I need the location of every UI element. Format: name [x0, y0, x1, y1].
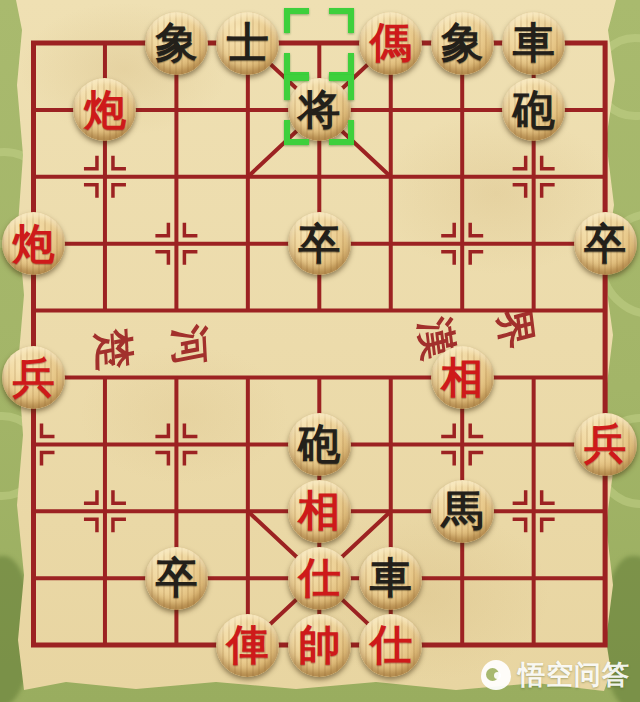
piece-red-soldier[interactable]: 兵: [574, 413, 637, 476]
river-label-chu-he: 楚河: [93, 317, 212, 378]
river-character: 楚: [86, 324, 143, 375]
piece-glyph: 仕: [370, 624, 412, 666]
watermark: 悟空问答: [481, 657, 630, 693]
piece-glyph: 卒: [298, 223, 340, 265]
piece-glyph: 砲: [298, 423, 340, 465]
piece-black-horse[interactable]: 馬: [431, 480, 494, 543]
river-character: 河: [162, 320, 219, 371]
piece-glyph: 将: [298, 89, 340, 131]
piece-black-chariot[interactable]: 車: [359, 547, 422, 610]
piece-red-horse[interactable]: 傌: [359, 12, 422, 75]
piece-glyph: 帥: [298, 624, 340, 666]
piece-black-chariot[interactable]: 車: [502, 12, 565, 75]
piece-glyph: 卒: [584, 223, 626, 265]
piece-black-elephant[interactable]: 象: [145, 12, 208, 75]
piece-red-elephant[interactable]: 相: [431, 346, 494, 409]
piece-glyph: 象: [155, 22, 197, 64]
piece-glyph: 相: [441, 357, 483, 399]
piece-red-soldier[interactable]: 兵: [2, 346, 65, 409]
piece-glyph: 炮: [84, 89, 126, 131]
piece-glyph: 傌: [370, 22, 412, 64]
piece-red-advisor[interactable]: 仕: [359, 614, 422, 677]
piece-black-elephant[interactable]: 象: [431, 12, 494, 75]
piece-glyph: 士: [227, 22, 269, 64]
piece-black-soldier[interactable]: 卒: [145, 547, 208, 610]
piece-glyph: 兵: [584, 423, 626, 465]
watermark-text: 悟空问答: [518, 657, 630, 693]
piece-red-general[interactable]: 帥: [288, 614, 351, 677]
piece-glyph: 車: [370, 557, 412, 599]
piece-black-soldier[interactable]: 卒: [288, 212, 351, 275]
xiangqi-app: 楚河 漢界 象士傌象車炮将砲炮卒卒兵相砲兵相馬卒仕車俥帥仕 悟空问答: [0, 0, 640, 702]
piece-glyph: 俥: [227, 624, 269, 666]
piece-glyph: 卒: [155, 557, 197, 599]
piece-black-general[interactable]: 将: [288, 78, 351, 141]
river-character: 界: [486, 302, 545, 356]
piece-red-advisor[interactable]: 仕: [288, 547, 351, 610]
piece-glyph: 車: [513, 22, 555, 64]
piece-black-soldier[interactable]: 卒: [574, 212, 637, 275]
piece-black-advisor[interactable]: 士: [216, 12, 279, 75]
piece-black-cannon[interactable]: 砲: [288, 413, 351, 476]
piece-red-cannon[interactable]: 炮: [2, 212, 65, 275]
piece-glyph: 相: [298, 490, 340, 532]
piece-red-chariot[interactable]: 俥: [216, 614, 279, 677]
piece-glyph: 象: [441, 22, 483, 64]
piece-glyph: 炮: [13, 223, 55, 265]
piece-glyph: 砲: [513, 89, 555, 131]
wukong-qa-logo-icon: [481, 660, 511, 690]
piece-glyph: 兵: [13, 357, 55, 399]
piece-red-elephant[interactable]: 相: [288, 480, 351, 543]
piece-glyph: 馬: [441, 490, 483, 532]
piece-glyph: 仕: [298, 557, 340, 599]
